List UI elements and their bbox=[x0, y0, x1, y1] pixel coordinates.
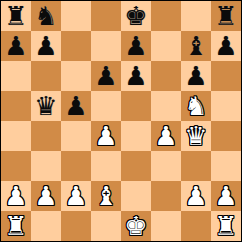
white-pawn: ♟ bbox=[91, 121, 121, 151]
square-c8[interactable] bbox=[61, 1, 91, 31]
square-a8[interactable]: ♜ bbox=[1, 1, 31, 31]
square-e5[interactable] bbox=[121, 91, 151, 121]
black-queen: ♛ bbox=[31, 91, 61, 121]
square-d1[interactable] bbox=[91, 211, 121, 241]
black-pawn: ♟ bbox=[91, 61, 121, 91]
square-a2[interactable]: ♟ bbox=[1, 181, 31, 211]
black-knight: ♞ bbox=[31, 1, 61, 31]
black-rook: ♜ bbox=[211, 1, 241, 31]
white-pawn: ♟ bbox=[151, 121, 181, 151]
square-c2[interactable]: ♟ bbox=[61, 181, 91, 211]
white-pawn: ♟ bbox=[181, 181, 211, 211]
square-f8[interactable] bbox=[151, 1, 181, 31]
square-a1[interactable]: ♜ bbox=[1, 211, 31, 241]
square-e1[interactable]: ♚ bbox=[121, 211, 151, 241]
square-b1[interactable] bbox=[31, 211, 61, 241]
square-a6[interactable] bbox=[1, 61, 31, 91]
square-e2[interactable] bbox=[121, 181, 151, 211]
square-h3[interactable] bbox=[211, 151, 241, 181]
square-d5[interactable] bbox=[91, 91, 121, 121]
square-f5[interactable] bbox=[151, 91, 181, 121]
square-f2[interactable] bbox=[151, 181, 181, 211]
square-d4[interactable]: ♟ bbox=[91, 121, 121, 151]
square-e6[interactable]: ♟ bbox=[121, 61, 151, 91]
square-d2[interactable]: ♝ bbox=[91, 181, 121, 211]
square-g4[interactable]: ♛ bbox=[181, 121, 211, 151]
square-c7[interactable] bbox=[61, 31, 91, 61]
square-a4[interactable] bbox=[1, 121, 31, 151]
square-e4[interactable] bbox=[121, 121, 151, 151]
square-g5[interactable]: ♞ bbox=[181, 91, 211, 121]
square-b5[interactable]: ♛ bbox=[31, 91, 61, 121]
square-g8[interactable] bbox=[181, 1, 211, 31]
square-h4[interactable] bbox=[211, 121, 241, 151]
white-king: ♚ bbox=[121, 211, 151, 241]
square-h1[interactable]: ♜ bbox=[211, 211, 241, 241]
white-pawn: ♟ bbox=[1, 181, 31, 211]
white-pawn: ♟ bbox=[211, 181, 241, 211]
black-pawn: ♟ bbox=[121, 31, 151, 61]
square-b4[interactable] bbox=[31, 121, 61, 151]
square-g1[interactable] bbox=[181, 211, 211, 241]
white-knight: ♞ bbox=[181, 91, 211, 121]
white-pawn: ♟ bbox=[31, 181, 61, 211]
black-king: ♚ bbox=[121, 1, 151, 31]
white-rook: ♜ bbox=[1, 211, 31, 241]
square-h8[interactable]: ♜ bbox=[211, 1, 241, 31]
square-h2[interactable]: ♟ bbox=[211, 181, 241, 211]
white-queen: ♛ bbox=[181, 121, 211, 151]
square-e7[interactable]: ♟ bbox=[121, 31, 151, 61]
square-g2[interactable]: ♟ bbox=[181, 181, 211, 211]
square-g7[interactable]: ♝ bbox=[181, 31, 211, 61]
square-c5[interactable]: ♟ bbox=[61, 91, 91, 121]
square-e8[interactable]: ♚ bbox=[121, 1, 151, 31]
black-bishop: ♝ bbox=[181, 31, 211, 61]
square-d8[interactable] bbox=[91, 1, 121, 31]
square-g3[interactable] bbox=[181, 151, 211, 181]
square-f7[interactable] bbox=[151, 31, 181, 61]
square-c1[interactable] bbox=[61, 211, 91, 241]
black-pawn: ♟ bbox=[31, 31, 61, 61]
square-h6[interactable] bbox=[211, 61, 241, 91]
chess-board: ♜♞♚♜♟♟♟♝♟♟♟♟♛♟♞♟♟♛♟♟♟♝♟♟♜♚♜ bbox=[0, 0, 242, 242]
square-f1[interactable] bbox=[151, 211, 181, 241]
black-pawn: ♟ bbox=[121, 61, 151, 91]
square-c3[interactable] bbox=[61, 151, 91, 181]
square-b6[interactable] bbox=[31, 61, 61, 91]
square-a3[interactable] bbox=[1, 151, 31, 181]
white-pawn: ♟ bbox=[61, 181, 91, 211]
square-f4[interactable]: ♟ bbox=[151, 121, 181, 151]
square-h5[interactable] bbox=[211, 91, 241, 121]
white-bishop: ♝ bbox=[91, 181, 121, 211]
square-b2[interactable]: ♟ bbox=[31, 181, 61, 211]
square-a5[interactable] bbox=[1, 91, 31, 121]
black-pawn: ♟ bbox=[211, 31, 241, 61]
square-g6[interactable]: ♟ bbox=[181, 61, 211, 91]
square-e3[interactable] bbox=[121, 151, 151, 181]
black-rook: ♜ bbox=[1, 1, 31, 31]
square-a7[interactable]: ♟ bbox=[1, 31, 31, 61]
black-pawn: ♟ bbox=[61, 91, 91, 121]
black-pawn: ♟ bbox=[181, 61, 211, 91]
chess-board-diagram: ♜♞♚♜♟♟♟♝♟♟♟♟♛♟♞♟♟♛♟♟♟♝♟♟♜♚♜ bbox=[0, 0, 242, 242]
square-c6[interactable] bbox=[61, 61, 91, 91]
square-f3[interactable] bbox=[151, 151, 181, 181]
square-d6[interactable]: ♟ bbox=[91, 61, 121, 91]
square-b8[interactable]: ♞ bbox=[31, 1, 61, 31]
white-rook: ♜ bbox=[211, 211, 241, 241]
black-pawn: ♟ bbox=[1, 31, 31, 61]
square-b7[interactable]: ♟ bbox=[31, 31, 61, 61]
square-b3[interactable] bbox=[31, 151, 61, 181]
square-c4[interactable] bbox=[61, 121, 91, 151]
square-d7[interactable] bbox=[91, 31, 121, 61]
square-d3[interactable] bbox=[91, 151, 121, 181]
square-f6[interactable] bbox=[151, 61, 181, 91]
square-h7[interactable]: ♟ bbox=[211, 31, 241, 61]
